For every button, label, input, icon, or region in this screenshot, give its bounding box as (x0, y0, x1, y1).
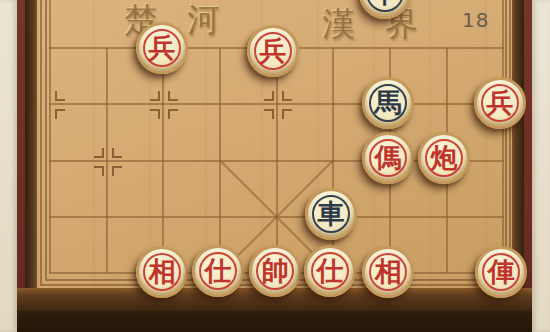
piece-glyph: 馬 (375, 90, 402, 117)
grid-file-line (502, 0, 504, 273)
piece-glyph: 車 (318, 201, 345, 228)
piece-glyph: 相 (375, 259, 402, 286)
point-marker (150, 91, 160, 101)
point-marker (94, 148, 104, 158)
move-counter: 18 (462, 8, 489, 32)
piece-red-soldier[interactable]: 兵 (136, 22, 188, 74)
point-marker (150, 109, 160, 119)
piece-glyph: 兵 (260, 38, 287, 65)
point-marker (55, 91, 65, 101)
piece-red-advisor[interactable]: 仕 (304, 245, 356, 297)
piece-red-horse[interactable]: 傌 (362, 132, 414, 184)
piece-glyph: 兵 (487, 90, 514, 117)
point-marker (264, 109, 274, 119)
point-marker (282, 109, 292, 119)
piece-red-general[interactable]: 帥 (249, 245, 301, 297)
point-marker (282, 91, 292, 101)
grid-rank-line (49, 103, 504, 105)
piece-black-horse[interactable]: 馬 (362, 77, 414, 129)
point-marker (264, 91, 274, 101)
piece-glyph: 帥 (262, 258, 289, 285)
point-marker (112, 148, 122, 158)
piece-red-elephant[interactable]: 相 (136, 246, 188, 298)
piece-red-elephant[interactable]: 相 (362, 246, 414, 298)
point-marker (112, 166, 122, 176)
point-marker (168, 109, 178, 119)
piece-red-soldier[interactable]: 兵 (247, 25, 299, 77)
piece-glyph: 仕 (205, 258, 232, 285)
board-overlay: 楚河 漢界 18 卒兵兵馬兵傌炮車相仕帥仕相俥 (0, 0, 550, 332)
point-marker (168, 91, 178, 101)
piece-glyph: 炮 (431, 145, 458, 172)
grid-file-line (49, 0, 51, 273)
piece-glyph: 傌 (375, 145, 402, 172)
game-screen: 楚河 漢界 18 卒兵兵馬兵傌炮車相仕帥仕相俥 (0, 0, 550, 332)
point-marker (94, 166, 104, 176)
piece-red-advisor[interactable]: 仕 (192, 245, 244, 297)
piece-glyph: 兵 (149, 35, 176, 62)
piece-red-chariot[interactable]: 俥 (475, 246, 527, 298)
piece-glyph: 仕 (317, 258, 344, 285)
point-marker (55, 109, 65, 119)
piece-black-chariot[interactable]: 車 (305, 188, 357, 240)
piece-glyph: 俥 (488, 259, 515, 286)
piece-glyph: 相 (149, 259, 176, 286)
piece-red-cannon[interactable]: 炮 (418, 132, 470, 184)
piece-red-soldier[interactable]: 兵 (474, 77, 526, 129)
piece-glyph: 卒 (372, 0, 399, 7)
